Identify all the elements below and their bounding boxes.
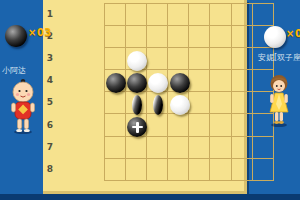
board-cell-g3[interactable] [232,48,253,70]
board-cell-a5[interactable] [105,92,126,114]
black-stone-icon [5,25,27,47]
white-player-name: 安妮[双子座] [258,53,300,62]
board-cell-d1[interactable] [168,4,189,26]
board-grid[interactable] [104,3,274,181]
board-cell-f6[interactable] [210,114,231,136]
row-label-3: 3 [43,53,57,63]
baby-avatar [7,79,39,139]
board-cell-f7[interactable] [210,137,231,159]
row-label-6: 6 [43,120,57,130]
board-cell-h1[interactable] [253,4,274,26]
board-cell-h7[interactable] [253,137,274,159]
board-cell-a1[interactable] [105,4,126,26]
black-disc-d6 [127,117,147,137]
game-window: 12345678 ×03 小阿达 ×05 安妮[双子座] [0,0,300,200]
board-cell-g1[interactable] [232,4,253,26]
board-cell-a3[interactable] [105,48,126,70]
board-cell-f5[interactable] [210,92,231,114]
board-cell-g5[interactable] [232,92,253,114]
board-cell-a8[interactable] [105,159,126,181]
board-cell-b8[interactable] [126,159,147,181]
board-cell-h8[interactable] [253,159,274,181]
black-disc-f4 [170,73,190,93]
window-bottom-border [0,194,300,200]
board-cell-a2[interactable] [105,26,126,48]
board-cell-f8[interactable] [210,159,231,181]
board-cell-d2[interactable] [168,26,189,48]
board-cell-e7[interactable] [189,137,210,159]
board-cell-f1[interactable] [210,4,231,26]
board-cell-a7[interactable] [105,137,126,159]
board-cell-g2[interactable] [232,26,253,48]
board-cell-e1[interactable] [189,4,210,26]
board-cell-e4[interactable] [189,70,210,92]
black-player-name: 小阿达 [2,66,26,75]
board-cell-g8[interactable] [232,159,253,181]
board-cell-d3[interactable] [168,48,189,70]
board-cell-b2[interactable] [126,26,147,48]
board-cell-c3[interactable] [147,48,168,70]
girl-avatar [264,74,294,132]
board-cell-e2[interactable] [189,26,210,48]
board-cell-d8[interactable] [168,159,189,181]
row-label-7: 7 [43,142,57,152]
black-disc-count: ×03 [28,27,52,38]
board-cell-a6[interactable] [105,114,126,136]
black-disc-c4 [106,73,126,93]
board-cell-c2[interactable] [147,26,168,48]
board-cell-b1[interactable] [126,4,147,26]
board-cell-f4[interactable] [210,70,231,92]
board-cell-e6[interactable] [189,114,210,136]
row-label-5: 5 [43,97,57,107]
board-cell-c6[interactable] [147,114,168,136]
board-cell-c7[interactable] [147,137,168,159]
row-label-4: 4 [43,75,57,85]
board-cell-g6[interactable] [232,114,253,136]
othello-board: 12345678 [43,0,247,194]
board-cell-d6[interactable] [168,114,189,136]
board-cell-d7[interactable] [168,137,189,159]
board-cell-f3[interactable] [210,48,231,70]
board-cell-f2[interactable] [210,26,231,48]
board-cell-g4[interactable] [232,70,253,92]
white-disc-count: ×05 [286,28,300,39]
board-cell-g7[interactable] [232,137,253,159]
white-disc-f5 [170,95,190,115]
last-move-cross-icon [127,117,147,137]
white-stone-icon [264,26,286,48]
row-label-1: 1 [43,9,57,19]
board-cell-e8[interactable] [189,159,210,181]
board-cell-c8[interactable] [147,159,168,181]
board-cell-b7[interactable] [126,137,147,159]
board-cell-c1[interactable] [147,4,168,26]
board-cell-e5[interactable] [189,92,210,114]
row-label-8: 8 [43,164,57,174]
board-cell-e3[interactable] [189,48,210,70]
white-disc-d3 [127,51,147,71]
